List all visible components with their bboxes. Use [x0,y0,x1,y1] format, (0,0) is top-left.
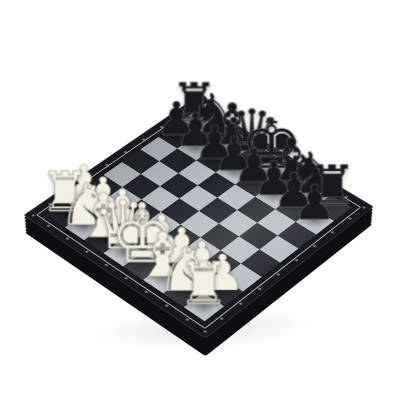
rivet-dot [245,136,249,139]
rivet-dot [192,103,196,106]
rivet-dot [105,263,109,266]
rivet-dot [47,202,51,205]
rivet-dot [124,276,128,279]
rivet-dot [312,244,316,247]
rivet-dot [238,302,242,305]
rivet-dot [177,113,181,116]
board-grid [46,112,351,321]
rivet-dot [226,124,230,127]
rivet-dot [330,231,334,234]
rivet-dot [66,237,70,240]
rivet-dot [345,195,349,198]
rivet-dot [265,147,269,150]
rivet-dot [284,159,288,162]
rivet-dot [219,317,223,320]
rivet-dot [31,213,35,216]
rivet-dot [185,318,189,321]
rivet-dot [67,189,71,192]
rivet-dot [257,287,261,290]
rivet-dot [324,183,328,186]
chess-set-product-photo: ♜♞♟♝♟♛♟♚♟♝♟♞♟♟♜♟♟♜♟♟♞♟♝♟♛♟♚♟♝♟♞♜ [0,0,400,400]
rivet-dot [362,206,366,209]
rivet-dot [203,329,208,332]
rivet-dot [304,171,308,174]
rivet-dot [86,176,90,179]
rivet-dot [47,224,51,227]
rivet-dot [85,250,89,253]
rivet-dot [347,217,351,220]
rivet-dot [141,138,145,141]
rivet-dot [159,126,163,129]
rivet-dot [123,150,127,153]
rivet-dot [207,113,211,116]
rivet-dot [165,304,169,307]
rivet-dot [294,258,298,261]
rivet-dot [276,273,280,276]
rivet-dot [105,163,109,166]
rivet-dot [144,290,148,293]
